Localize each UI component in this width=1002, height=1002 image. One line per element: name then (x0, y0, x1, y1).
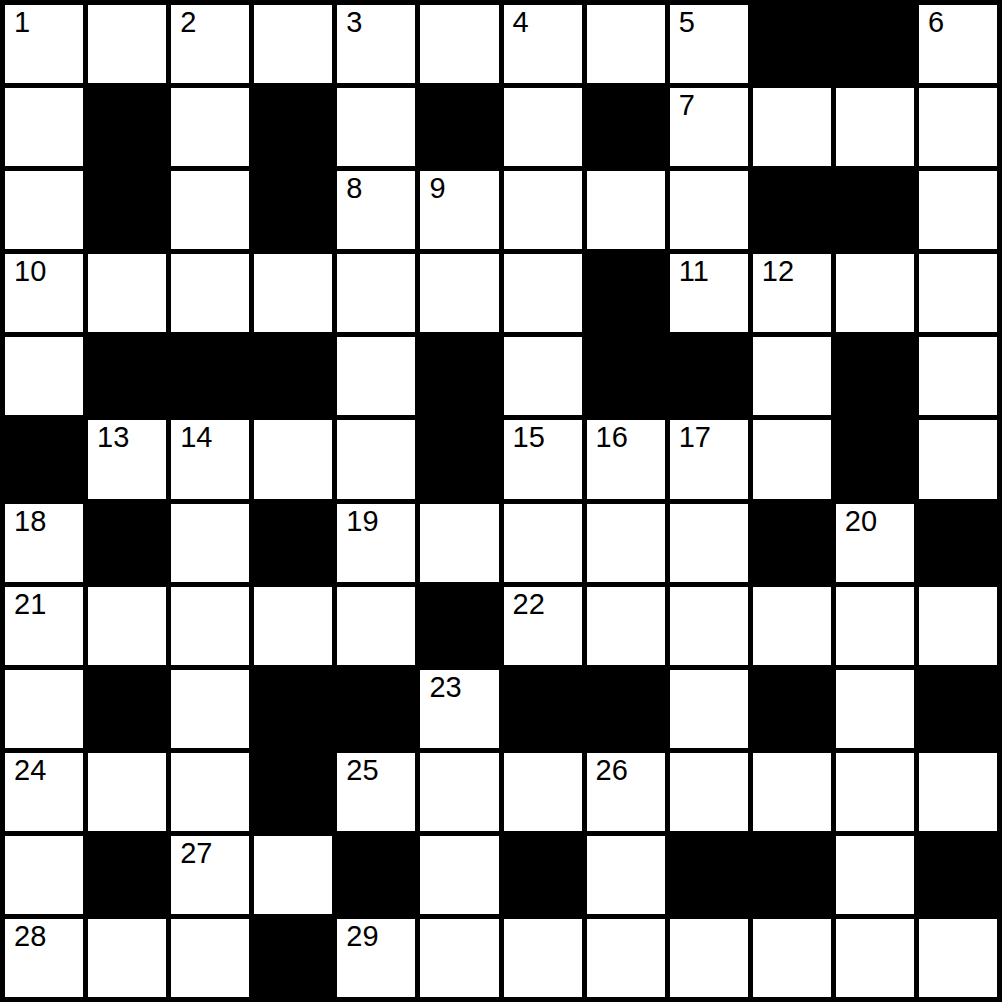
black-cell-r10c1 (88, 836, 166, 914)
white-cell-r5c4[interactable] (337, 420, 415, 498)
clue-number-4: 4 (513, 6, 529, 39)
black-cell-r3c7 (587, 254, 665, 332)
clue-number-16: 16 (596, 421, 628, 454)
black-cell-r2c1 (88, 171, 166, 249)
white-cell-r7c6[interactable]: 22 (504, 587, 582, 665)
clue-number-29: 29 (346, 920, 378, 953)
white-cell-r10c0[interactable] (5, 836, 83, 914)
clue-number-19: 19 (346, 505, 378, 538)
clue-number-24: 24 (14, 754, 46, 787)
white-cell-r1c4[interactable] (337, 88, 415, 166)
white-cell-r6c0[interactable]: 18 (5, 504, 83, 582)
clue-number-3: 3 (346, 6, 362, 39)
white-cell-r3c4[interactable] (337, 254, 415, 332)
clue-number-21: 21 (14, 588, 46, 621)
clue-number-27: 27 (180, 837, 212, 870)
black-cell-r6c9 (753, 504, 831, 582)
white-cell-r2c11[interactable] (919, 171, 997, 249)
black-cell-r1c1 (88, 88, 166, 166)
black-cell-r4c3 (254, 337, 332, 415)
clue-number-26: 26 (596, 754, 628, 787)
white-cell-r2c5[interactable]: 9 (420, 171, 498, 249)
black-cell-r10c9 (753, 836, 831, 914)
clue-number-1: 1 (14, 6, 30, 39)
white-cell-r9c11[interactable] (919, 753, 997, 831)
clue-number-9: 9 (429, 172, 445, 205)
white-cell-r6c8[interactable] (670, 504, 748, 582)
white-cell-r11c11[interactable] (919, 919, 997, 997)
white-cell-r8c10[interactable] (836, 670, 914, 748)
clue-number-28: 28 (14, 920, 46, 953)
white-cell-r1c0[interactable] (5, 88, 83, 166)
white-cell-r1c2[interactable] (171, 88, 249, 166)
white-cell-r7c1[interactable] (88, 587, 166, 665)
white-cell-r4c9[interactable] (753, 337, 831, 415)
clue-number-12: 12 (762, 255, 794, 288)
white-cell-r3c5[interactable] (420, 254, 498, 332)
white-cell-r9c7[interactable]: 26 (587, 753, 665, 831)
white-cell-r9c1[interactable] (88, 753, 166, 831)
white-cell-r4c0[interactable] (5, 337, 83, 415)
white-cell-r2c6[interactable] (504, 171, 582, 249)
white-cell-r3c9[interactable]: 12 (753, 254, 831, 332)
black-cell-r8c6 (504, 670, 582, 748)
black-cell-r4c1 (88, 337, 166, 415)
clue-number-2: 2 (180, 6, 196, 39)
clue-number-15: 15 (513, 421, 545, 454)
white-cell-r7c10[interactable] (836, 587, 914, 665)
white-cell-r11c0[interactable]: 28 (5, 919, 83, 997)
white-cell-r3c8[interactable]: 11 (670, 254, 748, 332)
white-cell-r11c7[interactable] (587, 919, 665, 997)
white-cell-r9c5[interactable] (420, 753, 498, 831)
clue-number-11: 11 (679, 255, 709, 288)
white-cell-r0c2[interactable]: 2 (171, 5, 249, 83)
black-cell-r7c5 (420, 587, 498, 665)
clue-number-22: 22 (513, 588, 545, 621)
black-cell-r5c10 (836, 420, 914, 498)
white-cell-r3c6[interactable] (504, 254, 582, 332)
white-cell-r11c8[interactable] (670, 919, 748, 997)
black-cell-r2c9 (753, 171, 831, 249)
black-cell-r8c9 (753, 670, 831, 748)
white-cell-r0c11[interactable]: 6 (919, 5, 997, 83)
black-cell-r11c3 (254, 919, 332, 997)
white-cell-r8c5[interactable]: 23 (420, 670, 498, 748)
white-cell-r9c2[interactable] (171, 753, 249, 831)
white-cell-r10c7[interactable] (587, 836, 665, 914)
white-cell-r5c2[interactable]: 14 (171, 420, 249, 498)
white-cell-r3c3[interactable] (254, 254, 332, 332)
white-cell-r4c6[interactable] (504, 337, 582, 415)
white-cell-r8c0[interactable] (5, 670, 83, 748)
clue-number-17: 17 (679, 421, 711, 454)
clue-number-6: 6 (928, 6, 944, 39)
white-cell-r7c0[interactable]: 21 (5, 587, 83, 665)
white-cell-r2c7[interactable] (587, 171, 665, 249)
white-cell-r7c8[interactable] (670, 587, 748, 665)
black-cell-r0c10 (836, 5, 914, 83)
black-cell-r8c4 (337, 670, 415, 748)
white-cell-r3c2[interactable] (171, 254, 249, 332)
black-cell-r8c1 (88, 670, 166, 748)
clue-number-18: 18 (14, 505, 46, 538)
white-cell-r11c1[interactable] (88, 919, 166, 997)
black-cell-r10c8 (670, 836, 748, 914)
white-cell-r10c2[interactable]: 27 (171, 836, 249, 914)
black-cell-r5c0 (5, 420, 83, 498)
black-cell-r1c7 (587, 88, 665, 166)
black-cell-r4c5 (420, 337, 498, 415)
white-cell-r10c5[interactable] (420, 836, 498, 914)
white-cell-r9c4[interactable]: 25 (337, 753, 415, 831)
white-cell-r9c0[interactable]: 24 (5, 753, 83, 831)
white-cell-r2c0[interactable] (5, 171, 83, 249)
white-cell-r6c2[interactable] (171, 504, 249, 582)
black-cell-r4c8 (670, 337, 748, 415)
white-cell-r4c11[interactable] (919, 337, 997, 415)
white-cell-r7c7[interactable] (587, 587, 665, 665)
clue-number-13: 13 (97, 421, 129, 454)
black-cell-r9c3 (254, 753, 332, 831)
white-cell-r2c2[interactable] (171, 171, 249, 249)
clue-number-23: 23 (429, 671, 461, 704)
clue-number-25: 25 (346, 754, 378, 787)
white-cell-r5c3[interactable] (254, 420, 332, 498)
white-cell-r2c4[interactable]: 8 (337, 171, 415, 249)
black-cell-r4c2 (171, 337, 249, 415)
black-cell-r4c10 (836, 337, 914, 415)
white-cell-r9c6[interactable] (504, 753, 582, 831)
white-cell-r11c2[interactable] (171, 919, 249, 997)
white-cell-r5c1[interactable]: 13 (88, 420, 166, 498)
white-cell-r0c6[interactable]: 4 (504, 5, 582, 83)
white-cell-r1c8[interactable]: 7 (670, 88, 748, 166)
black-cell-r2c10 (836, 171, 914, 249)
white-cell-r3c1[interactable] (88, 254, 166, 332)
white-cell-r5c9[interactable] (753, 420, 831, 498)
white-cell-r7c3[interactable] (254, 587, 332, 665)
clue-number-5: 5 (679, 6, 695, 39)
black-cell-r8c7 (587, 670, 665, 748)
black-cell-r5c5 (420, 420, 498, 498)
clue-number-7: 7 (679, 89, 695, 122)
white-cell-r2c8[interactable] (670, 171, 748, 249)
white-cell-r5c7[interactable]: 16 (587, 420, 665, 498)
clue-number-8: 8 (346, 172, 362, 205)
white-cell-r0c5[interactable] (420, 5, 498, 83)
white-cell-r10c3[interactable] (254, 836, 332, 914)
clue-number-20: 20 (845, 505, 877, 538)
white-cell-r5c11[interactable] (919, 420, 997, 498)
white-cell-r4c4[interactable] (337, 337, 415, 415)
white-cell-r3c0[interactable]: 10 (5, 254, 83, 332)
clue-number-14: 14 (180, 421, 212, 454)
white-cell-r6c10[interactable]: 20 (836, 504, 914, 582)
white-cell-r11c5[interactable] (420, 919, 498, 997)
black-cell-r6c11 (919, 504, 997, 582)
white-cell-r10c10[interactable] (836, 836, 914, 914)
white-cell-r11c6[interactable] (504, 919, 582, 997)
black-cell-r10c6 (504, 836, 582, 914)
white-cell-r1c6[interactable] (504, 88, 582, 166)
white-cell-r6c4[interactable]: 19 (337, 504, 415, 582)
white-cell-r1c10[interactable] (836, 88, 914, 166)
white-cell-r0c4[interactable]: 3 (337, 5, 415, 83)
black-cell-r10c4 (337, 836, 415, 914)
white-cell-r6c5[interactable] (420, 504, 498, 582)
white-cell-r7c2[interactable] (171, 587, 249, 665)
white-cell-r0c3[interactable] (254, 5, 332, 83)
white-cell-r0c7[interactable] (587, 5, 665, 83)
white-cell-r9c10[interactable] (836, 753, 914, 831)
white-cell-r11c10[interactable] (836, 919, 914, 997)
black-cell-r8c3 (254, 670, 332, 748)
white-cell-r8c2[interactable] (171, 670, 249, 748)
white-cell-r0c1[interactable] (88, 5, 166, 83)
black-cell-r6c3 (254, 504, 332, 582)
black-cell-r1c5 (420, 88, 498, 166)
black-cell-r1c3 (254, 88, 332, 166)
black-cell-r2c3 (254, 171, 332, 249)
black-cell-r6c1 (88, 504, 166, 582)
white-cell-r1c11[interactable] (919, 88, 997, 166)
white-cell-r7c9[interactable] (753, 587, 831, 665)
white-cell-r6c6[interactable] (504, 504, 582, 582)
white-cell-r6c7[interactable] (587, 504, 665, 582)
white-cell-r1c9[interactable] (753, 88, 831, 166)
white-cell-r11c9[interactable] (753, 919, 831, 997)
clue-number-10: 10 (14, 255, 46, 288)
white-cell-r7c11[interactable] (919, 587, 997, 665)
white-cell-r5c8[interactable]: 17 (670, 420, 748, 498)
white-cell-r3c10[interactable] (836, 254, 914, 332)
white-cell-r9c9[interactable] (753, 753, 831, 831)
black-cell-r0c9 (753, 5, 831, 83)
white-cell-r9c8[interactable] (670, 753, 748, 831)
white-cell-r0c8[interactable]: 5 (670, 5, 748, 83)
white-cell-r8c8[interactable] (670, 670, 748, 748)
white-cell-r0c0[interactable]: 1 (5, 5, 83, 83)
white-cell-r7c4[interactable] (337, 587, 415, 665)
black-cell-r8c11 (919, 670, 997, 748)
white-cell-r5c6[interactable]: 15 (504, 420, 582, 498)
black-cell-r4c7 (587, 337, 665, 415)
white-cell-r11c4[interactable]: 29 (337, 919, 415, 997)
black-cell-r10c11 (919, 836, 997, 914)
crossword-grid: 1234567891011121314151617181920212223242… (0, 0, 1002, 1002)
white-cell-r3c11[interactable] (919, 254, 997, 332)
